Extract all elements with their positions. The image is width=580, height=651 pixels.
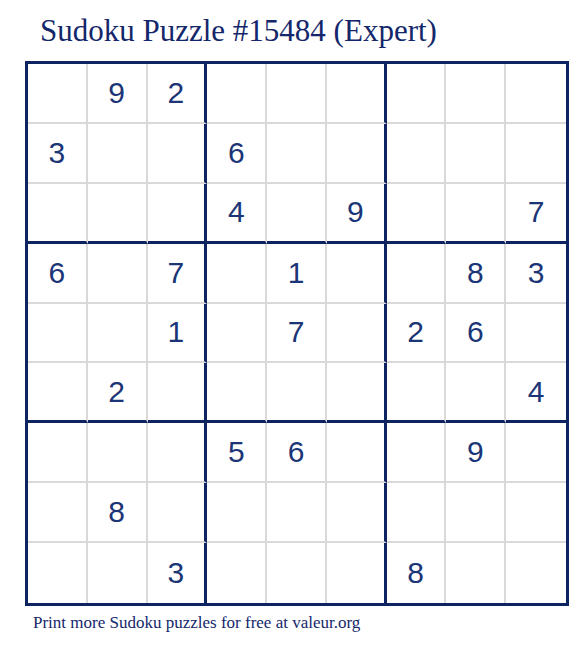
cell-r2c3 [148, 124, 208, 184]
cell-r2c5 [267, 124, 327, 184]
cell-r6c6 [327, 363, 387, 423]
cell-r8c9 [506, 483, 566, 543]
cell-r1c9 [506, 64, 566, 124]
cell-r5c7-given-2: 2 [387, 304, 447, 364]
cell-r4c6 [327, 244, 387, 304]
cell-r7c9 [506, 423, 566, 483]
cell-r4c2 [88, 244, 148, 304]
cell-r7c2 [88, 423, 148, 483]
cell-r3c2 [88, 184, 148, 244]
cell-r8c5 [267, 483, 327, 543]
cell-r7c8-given-9: 9 [446, 423, 506, 483]
cell-r4c8-given-8: 8 [446, 244, 506, 304]
cell-r7c3 [148, 423, 208, 483]
cell-r5c9 [506, 304, 566, 364]
cell-r9c5 [267, 543, 327, 603]
cell-r7c7 [387, 423, 447, 483]
cell-r6c1 [28, 363, 88, 423]
cell-r4c9-given-3: 3 [506, 244, 566, 304]
cell-r4c7 [387, 244, 447, 304]
cell-r1c1 [28, 64, 88, 124]
cell-r6c9-given-4: 4 [506, 363, 566, 423]
cell-r9c1 [28, 543, 88, 603]
cell-r2c8 [446, 124, 506, 184]
cell-r3c3 [148, 184, 208, 244]
page-title: Sudoku Puzzle #15484 (Expert) [40, 13, 437, 49]
cell-r4c4 [207, 244, 267, 304]
cell-r9c7-given-8: 8 [387, 543, 447, 603]
cell-r8c7 [387, 483, 447, 543]
cell-r2c4-given-6: 6 [207, 124, 267, 184]
cell-r3c4-given-4: 4 [207, 184, 267, 244]
cell-r1c7 [387, 64, 447, 124]
cell-r9c6 [327, 543, 387, 603]
cell-r9c3-given-3: 3 [148, 543, 208, 603]
cell-r2c2 [88, 124, 148, 184]
cell-r9c8 [446, 543, 506, 603]
cell-r3c5 [267, 184, 327, 244]
cell-r6c2-given-2: 2 [88, 363, 148, 423]
footer-note: Print more Sudoku puzzles for free at va… [33, 613, 360, 633]
cell-r8c8 [446, 483, 506, 543]
cell-r1c3-given-2: 2 [148, 64, 208, 124]
cell-r4c5-given-1: 1 [267, 244, 327, 304]
cell-r5c5-given-7: 7 [267, 304, 327, 364]
cell-r3c8 [446, 184, 506, 244]
cell-r5c2 [88, 304, 148, 364]
cell-r7c5-given-6: 6 [267, 423, 327, 483]
cell-r6c8 [446, 363, 506, 423]
cell-r9c9 [506, 543, 566, 603]
cell-r8c6 [327, 483, 387, 543]
cell-r5c8-given-6: 6 [446, 304, 506, 364]
cell-r7c6 [327, 423, 387, 483]
cell-r4c3-given-7: 7 [148, 244, 208, 304]
sudoku-board: 923649767183172624569838 [25, 61, 569, 606]
cell-r5c6 [327, 304, 387, 364]
cell-r7c1 [28, 423, 88, 483]
cell-r3c6-given-9: 9 [327, 184, 387, 244]
cell-r5c1 [28, 304, 88, 364]
cell-r8c2-given-8: 8 [88, 483, 148, 543]
cell-r2c1-given-3: 3 [28, 124, 88, 184]
cell-r1c5 [267, 64, 327, 124]
cell-r8c1 [28, 483, 88, 543]
cell-r1c4 [207, 64, 267, 124]
cell-r7c4-given-5: 5 [207, 423, 267, 483]
cell-r3c1 [28, 184, 88, 244]
cell-r1c2-given-9: 9 [88, 64, 148, 124]
cell-r6c5 [267, 363, 327, 423]
cell-r2c6 [327, 124, 387, 184]
cell-r4c1-given-6: 6 [28, 244, 88, 304]
cell-r9c4 [207, 543, 267, 603]
cell-r9c2 [88, 543, 148, 603]
cell-r8c3 [148, 483, 208, 543]
cell-r2c9 [506, 124, 566, 184]
cell-r5c4 [207, 304, 267, 364]
cell-r2c7 [387, 124, 447, 184]
cell-r5c3-given-1: 1 [148, 304, 208, 364]
cell-r8c4 [207, 483, 267, 543]
cell-r3c7 [387, 184, 447, 244]
cell-r6c4 [207, 363, 267, 423]
cell-r1c8 [446, 64, 506, 124]
cell-r6c3 [148, 363, 208, 423]
cell-r3c9-given-7: 7 [506, 184, 566, 244]
cell-r6c7 [387, 363, 447, 423]
cell-r1c6 [327, 64, 387, 124]
